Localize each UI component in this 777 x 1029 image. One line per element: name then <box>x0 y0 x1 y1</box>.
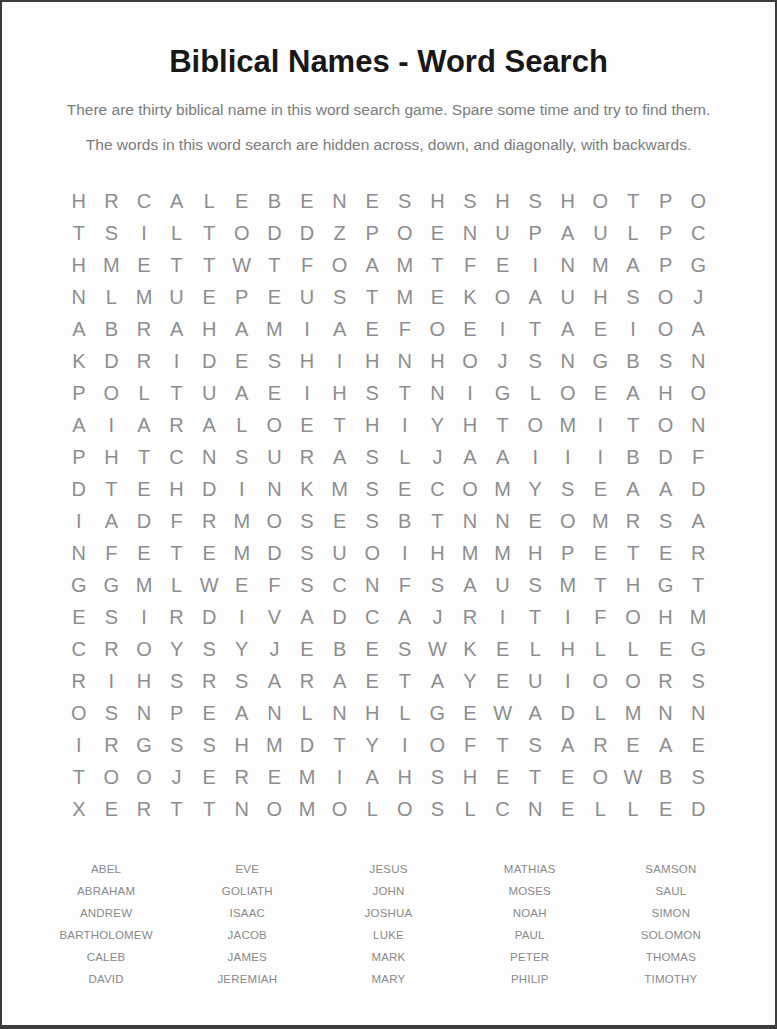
grid-cell-r12c17[interactable]: E <box>584 537 617 569</box>
grid-cell-r9c5[interactable]: N <box>193 441 226 473</box>
grid-cell-r9c1[interactable]: P <box>63 441 96 473</box>
grid-cell-r18c11[interactable]: I <box>388 729 421 761</box>
grid-cell-r9c17[interactable]: I <box>584 441 617 473</box>
grid-cell-r1c9[interactable]: N <box>323 185 356 217</box>
grid-cell-r11c16[interactable]: O <box>551 505 584 537</box>
grid-cell-r2c19[interactable]: P <box>649 217 682 249</box>
grid-cell-r18c10[interactable]: Y <box>356 729 389 761</box>
grid-cell-r11c15[interactable]: E <box>519 505 552 537</box>
grid-cell-r2c14[interactable]: U <box>486 217 519 249</box>
grid-cell-r4c15[interactable]: A <box>519 281 552 313</box>
grid-cell-r11c6[interactable]: M <box>225 505 258 537</box>
grid-cell-r15c18[interactable]: L <box>617 633 650 665</box>
grid-cell-r9c19[interactable]: D <box>649 441 682 473</box>
grid-cell-r4c2[interactable]: L <box>95 281 128 313</box>
grid-cell-r19c12[interactable]: S <box>421 761 454 793</box>
grid-cell-r15c15[interactable]: L <box>519 633 552 665</box>
grid-cell-r13c18[interactable]: H <box>617 569 650 601</box>
grid-cell-r15c14[interactable]: E <box>486 633 519 665</box>
grid-cell-r6c10[interactable]: H <box>356 345 389 377</box>
grid-cell-r7c10[interactable]: S <box>356 377 389 409</box>
grid-cell-r2c3[interactable]: I <box>128 217 161 249</box>
grid-cell-r11c5[interactable]: R <box>193 505 226 537</box>
grid-cell-r12c6[interactable]: M <box>225 537 258 569</box>
grid-cell-r18c3[interactable]: G <box>128 729 161 761</box>
grid-cell-r17c13[interactable]: E <box>454 697 487 729</box>
grid-cell-r7c12[interactable]: N <box>421 377 454 409</box>
grid-cell-r15c11[interactable]: S <box>388 633 421 665</box>
grid-cell-r7c4[interactable]: T <box>160 377 193 409</box>
grid-cell-r8c15[interactable]: O <box>519 409 552 441</box>
grid-cell-r3c20[interactable]: G <box>682 249 715 281</box>
grid-cell-r12c4[interactable]: T <box>160 537 193 569</box>
grid-cell-r1c3[interactable]: C <box>128 185 161 217</box>
grid-cell-r12c2[interactable]: F <box>95 537 128 569</box>
grid-cell-r18c16[interactable]: A <box>551 729 584 761</box>
grid-cell-r16c8[interactable]: R <box>291 665 324 697</box>
grid-cell-r16c13[interactable]: Y <box>454 665 487 697</box>
grid-cell-r12c20[interactable]: R <box>682 537 715 569</box>
grid-cell-r15c2[interactable]: R <box>95 633 128 665</box>
grid-cell-r9c16[interactable]: I <box>551 441 584 473</box>
grid-cell-r13c19[interactable]: G <box>649 569 682 601</box>
grid-cell-r9c11[interactable]: L <box>388 441 421 473</box>
grid-cell-r7c17[interactable]: E <box>584 377 617 409</box>
grid-cell-r8c2[interactable]: I <box>95 409 128 441</box>
grid-cell-r19c8[interactable]: M <box>291 761 324 793</box>
grid-cell-r16c11[interactable]: T <box>388 665 421 697</box>
grid-cell-r1c1[interactable]: H <box>63 185 96 217</box>
grid-cell-r5c15[interactable]: T <box>519 313 552 345</box>
grid-cell-r13c4[interactable]: L <box>160 569 193 601</box>
grid-cell-r8c12[interactable]: Y <box>421 409 454 441</box>
grid-cell-r13c14[interactable]: U <box>486 569 519 601</box>
grid-cell-r17c10[interactable]: H <box>356 697 389 729</box>
grid-cell-r10c13[interactable]: O <box>454 473 487 505</box>
grid-cell-r12c7[interactable]: D <box>258 537 291 569</box>
grid-cell-r13c1[interactable]: G <box>63 569 96 601</box>
grid-cell-r7c13[interactable]: I <box>454 377 487 409</box>
grid-cell-r7c3[interactable]: L <box>128 377 161 409</box>
grid-cell-r20c14[interactable]: C <box>486 793 519 825</box>
grid-cell-r18c7[interactable]: M <box>258 729 291 761</box>
grid-cell-r18c15[interactable]: S <box>519 729 552 761</box>
grid-cell-r10c19[interactable]: A <box>649 473 682 505</box>
grid-cell-r3c5[interactable]: T <box>193 249 226 281</box>
grid-cell-r19c14[interactable]: E <box>486 761 519 793</box>
grid-cell-r14c14[interactable]: I <box>486 601 519 633</box>
grid-cell-r10c1[interactable]: D <box>63 473 96 505</box>
grid-cell-r9c9[interactable]: A <box>323 441 356 473</box>
grid-cell-r3c1[interactable]: H <box>63 249 96 281</box>
grid-cell-r8c20[interactable]: N <box>682 409 715 441</box>
grid-cell-r8c7[interactable]: O <box>258 409 291 441</box>
grid-cell-r13c11[interactable]: F <box>388 569 421 601</box>
grid-cell-r5c2[interactable]: B <box>95 313 128 345</box>
grid-cell-r2c8[interactable]: D <box>291 217 324 249</box>
grid-cell-r13c20[interactable]: T <box>682 569 715 601</box>
grid-cell-r17c1[interactable]: O <box>63 697 96 729</box>
grid-cell-r1c20[interactable]: O <box>682 185 715 217</box>
grid-cell-r8c10[interactable]: H <box>356 409 389 441</box>
grid-cell-r1c8[interactable]: E <box>291 185 324 217</box>
grid-cell-r4c4[interactable]: U <box>160 281 193 313</box>
grid-cell-r18c4[interactable]: S <box>160 729 193 761</box>
grid-cell-r12c13[interactable]: M <box>454 537 487 569</box>
grid-cell-r16c1[interactable]: R <box>63 665 96 697</box>
grid-cell-r8c17[interactable]: I <box>584 409 617 441</box>
grid-cell-r16c4[interactable]: S <box>160 665 193 697</box>
grid-cell-r3c6[interactable]: W <box>225 249 258 281</box>
grid-cell-r12c3[interactable]: E <box>128 537 161 569</box>
grid-cell-r15c5[interactable]: S <box>193 633 226 665</box>
grid-cell-r9c3[interactable]: T <box>128 441 161 473</box>
grid-cell-r14c8[interactable]: A <box>291 601 324 633</box>
grid-cell-r4c17[interactable]: H <box>584 281 617 313</box>
grid-cell-r9c18[interactable]: B <box>617 441 650 473</box>
grid-cell-r10c2[interactable]: T <box>95 473 128 505</box>
grid-cell-r3c17[interactable]: M <box>584 249 617 281</box>
grid-cell-r5c12[interactable]: O <box>421 313 454 345</box>
grid-cell-r19c10[interactable]: A <box>356 761 389 793</box>
grid-cell-r6c5[interactable]: D <box>193 345 226 377</box>
grid-cell-r1c14[interactable]: H <box>486 185 519 217</box>
grid-cell-r12c19[interactable]: E <box>649 537 682 569</box>
grid-cell-r14c11[interactable]: A <box>388 601 421 633</box>
grid-cell-r11c12[interactable]: T <box>421 505 454 537</box>
grid-cell-r20c11[interactable]: O <box>388 793 421 825</box>
grid-cell-r10c5[interactable]: D <box>193 473 226 505</box>
grid-cell-r3c7[interactable]: T <box>258 249 291 281</box>
grid-cell-r3c18[interactable]: A <box>617 249 650 281</box>
grid-cell-r13c8[interactable]: S <box>291 569 324 601</box>
grid-cell-r6c2[interactable]: D <box>95 345 128 377</box>
grid-cell-r13c10[interactable]: N <box>356 569 389 601</box>
grid-cell-r18c9[interactable]: T <box>323 729 356 761</box>
grid-cell-r6c3[interactable]: R <box>128 345 161 377</box>
grid-cell-r11c3[interactable]: D <box>128 505 161 537</box>
grid-cell-r15c12[interactable]: W <box>421 633 454 665</box>
grid-cell-r7c19[interactable]: H <box>649 377 682 409</box>
grid-cell-r5c16[interactable]: A <box>551 313 584 345</box>
grid-cell-r9c8[interactable]: R <box>291 441 324 473</box>
grid-cell-r19c11[interactable]: H <box>388 761 421 793</box>
grid-cell-r6c20[interactable]: N <box>682 345 715 377</box>
grid-cell-r5c14[interactable]: I <box>486 313 519 345</box>
grid-cell-r17c20[interactable]: N <box>682 697 715 729</box>
grid-cell-r1c15[interactable]: S <box>519 185 552 217</box>
grid-cell-r13c7[interactable]: F <box>258 569 291 601</box>
grid-cell-r16c10[interactable]: E <box>356 665 389 697</box>
grid-cell-r11c20[interactable]: A <box>682 505 715 537</box>
grid-cell-r6c16[interactable]: N <box>551 345 584 377</box>
grid-cell-r15c1[interactable]: C <box>63 633 96 665</box>
grid-cell-r6c9[interactable]: I <box>323 345 356 377</box>
grid-cell-r2c16[interactable]: A <box>551 217 584 249</box>
grid-cell-r11c14[interactable]: N <box>486 505 519 537</box>
grid-cell-r7c16[interactable]: O <box>551 377 584 409</box>
grid-cell-r2c4[interactable]: L <box>160 217 193 249</box>
grid-cell-r19c18[interactable]: W <box>617 761 650 793</box>
grid-cell-r5c5[interactable]: H <box>193 313 226 345</box>
grid-cell-r5c11[interactable]: F <box>388 313 421 345</box>
grid-cell-r19c19[interactable]: B <box>649 761 682 793</box>
grid-cell-r10c16[interactable]: S <box>551 473 584 505</box>
grid-cell-r15c17[interactable]: L <box>584 633 617 665</box>
grid-cell-r20c15[interactable]: N <box>519 793 552 825</box>
grid-cell-r14c4[interactable]: R <box>160 601 193 633</box>
grid-cell-r15c7[interactable]: J <box>258 633 291 665</box>
grid-cell-r11c1[interactable]: I <box>63 505 96 537</box>
grid-cell-r13c15[interactable]: S <box>519 569 552 601</box>
grid-cell-r10c7[interactable]: N <box>258 473 291 505</box>
grid-cell-r9c13[interactable]: A <box>454 441 487 473</box>
grid-cell-r6c11[interactable]: N <box>388 345 421 377</box>
grid-cell-r16c16[interactable]: I <box>551 665 584 697</box>
grid-cell-r20c13[interactable]: L <box>454 793 487 825</box>
grid-cell-r15c16[interactable]: H <box>551 633 584 665</box>
grid-cell-r8c1[interactable]: A <box>63 409 96 441</box>
grid-cell-r20c9[interactable]: O <box>323 793 356 825</box>
grid-cell-r4c7[interactable]: E <box>258 281 291 313</box>
grid-cell-r11c2[interactable]: A <box>95 505 128 537</box>
grid-cell-r4c12[interactable]: E <box>421 281 454 313</box>
grid-cell-r17c6[interactable]: A <box>225 697 258 729</box>
grid-cell-r14c13[interactable]: R <box>454 601 487 633</box>
grid-cell-r2c2[interactable]: S <box>95 217 128 249</box>
grid-cell-r8c3[interactable]: A <box>128 409 161 441</box>
grid-cell-r3c4[interactable]: T <box>160 249 193 281</box>
grid-cell-r18c6[interactable]: H <box>225 729 258 761</box>
grid-cell-r19c4[interactable]: J <box>160 761 193 793</box>
grid-cell-r3c14[interactable]: E <box>486 249 519 281</box>
grid-cell-r10c4[interactable]: H <box>160 473 193 505</box>
grid-cell-r11c9[interactable]: E <box>323 505 356 537</box>
grid-cell-r2c15[interactable]: P <box>519 217 552 249</box>
grid-cell-r4c9[interactable]: S <box>323 281 356 313</box>
grid-cell-r9c2[interactable]: H <box>95 441 128 473</box>
grid-cell-r5c18[interactable]: I <box>617 313 650 345</box>
grid-cell-r8c19[interactable]: O <box>649 409 682 441</box>
grid-cell-r18c14[interactable]: T <box>486 729 519 761</box>
grid-cell-r1c6[interactable]: E <box>225 185 258 217</box>
grid-cell-r3c15[interactable]: I <box>519 249 552 281</box>
grid-cell-r5c7[interactable]: M <box>258 313 291 345</box>
grid-cell-r6c7[interactable]: S <box>258 345 291 377</box>
grid-cell-r6c19[interactable]: S <box>649 345 682 377</box>
grid-cell-r2c11[interactable]: O <box>388 217 421 249</box>
grid-cell-r11c11[interactable]: B <box>388 505 421 537</box>
grid-cell-r7c6[interactable]: A <box>225 377 258 409</box>
grid-cell-r19c20[interactable]: S <box>682 761 715 793</box>
grid-cell-r12c5[interactable]: E <box>193 537 226 569</box>
grid-cell-r14c2[interactable]: S <box>95 601 128 633</box>
grid-cell-r1c2[interactable]: R <box>95 185 128 217</box>
grid-cell-r7c5[interactable]: U <box>193 377 226 409</box>
grid-cell-r8c6[interactable]: L <box>225 409 258 441</box>
grid-cell-r19c5[interactable]: E <box>193 761 226 793</box>
grid-cell-r4c5[interactable]: E <box>193 281 226 313</box>
grid-cell-r3c8[interactable]: F <box>291 249 324 281</box>
grid-cell-r8c8[interactable]: E <box>291 409 324 441</box>
grid-cell-r13c2[interactable]: G <box>95 569 128 601</box>
grid-cell-r15c19[interactable]: E <box>649 633 682 665</box>
grid-cell-r7c11[interactable]: T <box>388 377 421 409</box>
grid-cell-r19c15[interactable]: T <box>519 761 552 793</box>
grid-cell-r12c11[interactable]: I <box>388 537 421 569</box>
grid-cell-r1c7[interactable]: B <box>258 185 291 217</box>
grid-cell-r13c3[interactable]: M <box>128 569 161 601</box>
grid-cell-r12c16[interactable]: P <box>551 537 584 569</box>
grid-cell-r6c8[interactable]: H <box>291 345 324 377</box>
grid-cell-r4c14[interactable]: O <box>486 281 519 313</box>
grid-cell-r16c15[interactable]: U <box>519 665 552 697</box>
grid-cell-r6c12[interactable]: H <box>421 345 454 377</box>
grid-cell-r16c7[interactable]: A <box>258 665 291 697</box>
grid-cell-r18c18[interactable]: E <box>617 729 650 761</box>
grid-cell-r14c3[interactable]: I <box>128 601 161 633</box>
grid-cell-r10c15[interactable]: Y <box>519 473 552 505</box>
grid-cell-r17c15[interactable]: A <box>519 697 552 729</box>
grid-cell-r4c3[interactable]: M <box>128 281 161 313</box>
grid-cell-r3c10[interactable]: A <box>356 249 389 281</box>
grid-cell-r8c18[interactable]: T <box>617 409 650 441</box>
grid-cell-r5c19[interactable]: O <box>649 313 682 345</box>
grid-cell-r11c18[interactable]: R <box>617 505 650 537</box>
grid-cell-r2c13[interactable]: N <box>454 217 487 249</box>
grid-cell-r20c1[interactable]: X <box>63 793 96 825</box>
grid-cell-r5c17[interactable]: E <box>584 313 617 345</box>
grid-cell-r2c17[interactable]: U <box>584 217 617 249</box>
grid-cell-r20c3[interactable]: R <box>128 793 161 825</box>
grid-cell-r2c18[interactable]: L <box>617 217 650 249</box>
grid-cell-r6c15[interactable]: S <box>519 345 552 377</box>
grid-cell-r17c2[interactable]: S <box>95 697 128 729</box>
grid-cell-r14c17[interactable]: F <box>584 601 617 633</box>
grid-cell-r10c17[interactable]: E <box>584 473 617 505</box>
grid-cell-r9c6[interactable]: S <box>225 441 258 473</box>
grid-cell-r20c12[interactable]: S <box>421 793 454 825</box>
grid-cell-r18c12[interactable]: O <box>421 729 454 761</box>
grid-cell-r11c13[interactable]: N <box>454 505 487 537</box>
grid-cell-r7c9[interactable]: H <box>323 377 356 409</box>
grid-cell-r9c7[interactable]: U <box>258 441 291 473</box>
grid-cell-r6c14[interactable]: J <box>486 345 519 377</box>
grid-cell-r19c16[interactable]: E <box>551 761 584 793</box>
grid-cell-r1c10[interactable]: E <box>356 185 389 217</box>
grid-cell-r11c7[interactable]: O <box>258 505 291 537</box>
grid-cell-r4c19[interactable]: O <box>649 281 682 313</box>
grid-cell-r14c19[interactable]: H <box>649 601 682 633</box>
grid-cell-r17c11[interactable]: L <box>388 697 421 729</box>
grid-cell-r6c18[interactable]: B <box>617 345 650 377</box>
grid-cell-r8c5[interactable]: A <box>193 409 226 441</box>
grid-cell-r7c8[interactable]: I <box>291 377 324 409</box>
grid-cell-r4c11[interactable]: M <box>388 281 421 313</box>
grid-cell-r2c20[interactable]: C <box>682 217 715 249</box>
grid-cell-r15c9[interactable]: B <box>323 633 356 665</box>
grid-cell-r15c10[interactable]: E <box>356 633 389 665</box>
grid-cell-r8c9[interactable]: T <box>323 409 356 441</box>
grid-cell-r11c10[interactable]: S <box>356 505 389 537</box>
grid-cell-r4c18[interactable]: S <box>617 281 650 313</box>
grid-cell-r6c1[interactable]: K <box>63 345 96 377</box>
grid-cell-r7c2[interactable]: O <box>95 377 128 409</box>
grid-cell-r7c14[interactable]: G <box>486 377 519 409</box>
grid-cell-r7c7[interactable]: E <box>258 377 291 409</box>
grid-cell-r6c6[interactable]: E <box>225 345 258 377</box>
grid-cell-r8c13[interactable]: H <box>454 409 487 441</box>
grid-cell-r3c9[interactable]: O <box>323 249 356 281</box>
grid-cell-r3c11[interactable]: M <box>388 249 421 281</box>
grid-cell-r14c6[interactable]: I <box>225 601 258 633</box>
grid-cell-r3c19[interactable]: P <box>649 249 682 281</box>
grid-cell-r2c12[interactable]: E <box>421 217 454 249</box>
grid-cell-r13c5[interactable]: W <box>193 569 226 601</box>
grid-cell-r15c4[interactable]: Y <box>160 633 193 665</box>
grid-cell-r20c7[interactable]: O <box>258 793 291 825</box>
grid-cell-r5c8[interactable]: I <box>291 313 324 345</box>
grid-cell-r17c4[interactable]: P <box>160 697 193 729</box>
grid-cell-r9c20[interactable]: F <box>682 441 715 473</box>
grid-cell-r1c12[interactable]: H <box>421 185 454 217</box>
grid-cell-r19c1[interactable]: T <box>63 761 96 793</box>
grid-cell-r5c6[interactable]: A <box>225 313 258 345</box>
grid-cell-r16c14[interactable]: E <box>486 665 519 697</box>
grid-cell-r18c20[interactable]: E <box>682 729 715 761</box>
grid-cell-r19c3[interactable]: O <box>128 761 161 793</box>
grid-cell-r3c16[interactable]: N <box>551 249 584 281</box>
grid-cell-r5c9[interactable]: A <box>323 313 356 345</box>
grid-cell-r17c18[interactable]: M <box>617 697 650 729</box>
grid-cell-r12c10[interactable]: O <box>356 537 389 569</box>
grid-cell-r12c1[interactable]: N <box>63 537 96 569</box>
grid-cell-r17c16[interactable]: D <box>551 697 584 729</box>
grid-cell-r1c19[interactable]: P <box>649 185 682 217</box>
grid-cell-r5c20[interactable]: A <box>682 313 715 345</box>
grid-cell-r2c5[interactable]: T <box>193 217 226 249</box>
grid-cell-r10c6[interactable]: I <box>225 473 258 505</box>
grid-cell-r20c8[interactable]: M <box>291 793 324 825</box>
grid-cell-r18c5[interactable]: S <box>193 729 226 761</box>
grid-cell-r4c8[interactable]: U <box>291 281 324 313</box>
grid-cell-r19c6[interactable]: R <box>225 761 258 793</box>
grid-cell-r1c11[interactable]: S <box>388 185 421 217</box>
grid-cell-r4c1[interactable]: N <box>63 281 96 313</box>
grid-cell-r17c12[interactable]: G <box>421 697 454 729</box>
grid-cell-r13c16[interactable]: M <box>551 569 584 601</box>
grid-cell-r15c20[interactable]: G <box>682 633 715 665</box>
grid-cell-r17c5[interactable]: E <box>193 697 226 729</box>
grid-cell-r1c13[interactable]: S <box>454 185 487 217</box>
grid-cell-r18c17[interactable]: R <box>584 729 617 761</box>
grid-cell-r14c16[interactable]: I <box>551 601 584 633</box>
grid-cell-r1c4[interactable]: A <box>160 185 193 217</box>
grid-cell-r20c10[interactable]: L <box>356 793 389 825</box>
grid-cell-r20c2[interactable]: E <box>95 793 128 825</box>
grid-cell-r16c3[interactable]: H <box>128 665 161 697</box>
grid-cell-r17c17[interactable]: L <box>584 697 617 729</box>
grid-cell-r18c19[interactable]: A <box>649 729 682 761</box>
grid-cell-r10c11[interactable]: E <box>388 473 421 505</box>
grid-cell-r9c12[interactable]: J <box>421 441 454 473</box>
grid-cell-r14c15[interactable]: T <box>519 601 552 633</box>
grid-cell-r13c12[interactable]: S <box>421 569 454 601</box>
grid-cell-r3c12[interactable]: T <box>421 249 454 281</box>
grid-cell-r12c9[interactable]: U <box>323 537 356 569</box>
grid-cell-r5c3[interactable]: R <box>128 313 161 345</box>
grid-cell-r13c17[interactable]: T <box>584 569 617 601</box>
